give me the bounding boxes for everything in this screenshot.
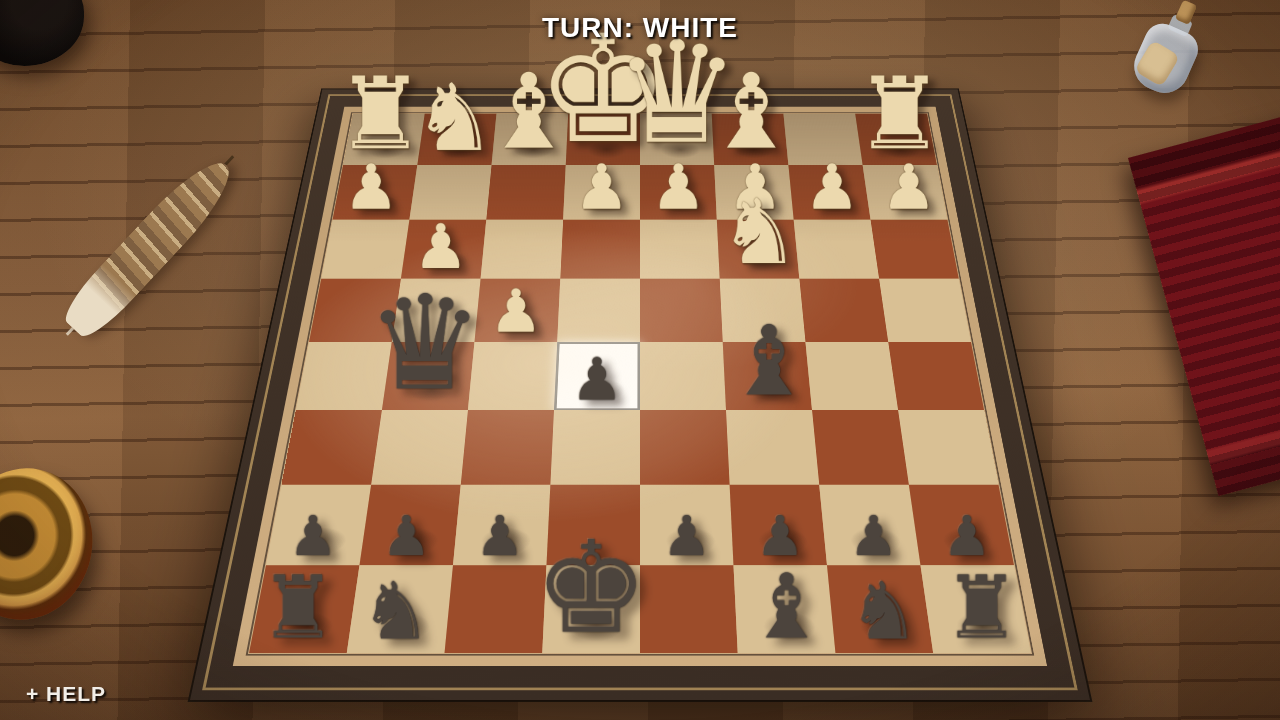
black-pawn[interactable]: ♟ — [571, 351, 623, 409]
white-pawn[interactable]: ♟ — [881, 156, 937, 218]
square-f8[interactable] — [445, 565, 547, 653]
square-e8[interactable]: ♚ — [542, 565, 640, 653]
squares-area: ♜♞♝♚♛♝♜♟♟♟♟♟♟♟♞♟♛♟♝♟♟♟♟♟♟♟♜♞♚♝♞♜ — [249, 114, 1031, 653]
square-f2[interactable] — [486, 165, 565, 220]
help-button[interactable]: + HELP — [26, 682, 106, 706]
square-d7[interactable]: ♟ — [640, 485, 734, 566]
black-bishop[interactable]: ♝ — [726, 313, 812, 409]
square-a7[interactable]: ♟ — [909, 485, 1014, 566]
square-d2[interactable]: ♟ — [640, 165, 717, 220]
white-knight[interactable]: ♞ — [719, 187, 800, 277]
square-e3[interactable] — [560, 220, 640, 279]
scene: ♜♞♝♚♛♝♜♟♟♟♟♟♟♟♞♟♛♟♝♟♟♟♟♟♟♟♜♞♚♝♞♜ TURN: W… — [0, 0, 1280, 720]
square-f4[interactable]: ♟ — [475, 279, 561, 342]
brass-bowl — [0, 456, 106, 633]
square-c3[interactable]: ♞ — [717, 220, 800, 279]
square-d5[interactable] — [640, 342, 726, 410]
square-a4[interactable] — [879, 279, 971, 342]
white-pawn[interactable]: ♟ — [574, 156, 630, 218]
square-b5[interactable] — [805, 342, 898, 410]
red-ornate-book — [1128, 49, 1280, 496]
square-e2[interactable]: ♟ — [563, 165, 640, 220]
square-b3[interactable] — [794, 220, 879, 279]
square-e6[interactable] — [550, 410, 640, 484]
feather-vane — [57, 149, 243, 344]
black-knight[interactable]: ♞ — [849, 572, 920, 651]
square-g8[interactable]: ♞ — [347, 565, 453, 653]
black-rook[interactable]: ♜ — [260, 565, 337, 651]
square-a3[interactable] — [871, 220, 959, 279]
square-f6[interactable] — [461, 410, 554, 484]
square-a5[interactable] — [888, 342, 984, 410]
white-rook[interactable]: ♜ — [336, 64, 426, 164]
square-c5[interactable]: ♝ — [723, 342, 812, 410]
white-pawn[interactable]: ♟ — [651, 156, 707, 218]
black-pawn[interactable]: ♟ — [288, 508, 337, 563]
square-b6[interactable] — [812, 410, 909, 484]
feather-quill — [42, 128, 272, 358]
square-c7[interactable]: ♟ — [730, 485, 827, 566]
white-pawn[interactable]: ♟ — [489, 281, 542, 341]
square-h2[interactable]: ♟ — [333, 165, 418, 220]
white-pawn[interactable]: ♟ — [804, 156, 860, 218]
square-b8[interactable]: ♞ — [827, 565, 933, 653]
square-a8[interactable]: ♜ — [921, 565, 1031, 653]
black-pawn[interactable]: ♟ — [475, 508, 524, 563]
square-c6[interactable] — [726, 410, 819, 484]
black-knight[interactable]: ♞ — [360, 572, 431, 651]
square-h7[interactable]: ♟ — [266, 485, 371, 566]
black-pawn[interactable]: ♟ — [382, 508, 431, 563]
feather-shaft — [66, 155, 235, 335]
square-e5[interactable]: ♟ — [554, 342, 640, 410]
square-d3[interactable] — [640, 220, 720, 279]
black-bishop[interactable]: ♝ — [747, 562, 827, 651]
square-h8[interactable]: ♜ — [249, 565, 359, 653]
square-h6[interactable] — [282, 410, 382, 484]
bottle-label — [1134, 40, 1180, 87]
square-b7[interactable]: ♟ — [819, 485, 920, 566]
black-rook[interactable]: ♜ — [943, 565, 1020, 651]
black-pawn[interactable]: ♟ — [662, 508, 711, 563]
square-d4[interactable] — [640, 279, 723, 342]
black-pawn[interactable]: ♟ — [942, 508, 991, 563]
black-king[interactable]: ♚ — [534, 524, 648, 651]
square-g7[interactable]: ♟ — [359, 485, 460, 566]
white-bishop[interactable]: ♝ — [705, 60, 798, 164]
black-pawn[interactable]: ♟ — [849, 508, 898, 563]
square-f3[interactable] — [481, 220, 564, 279]
square-a6[interactable] — [898, 410, 998, 484]
black-queen[interactable]: ♛ — [366, 278, 483, 409]
square-d8[interactable] — [640, 565, 738, 653]
chessboard: ♜♞♝♚♛♝♜♟♟♟♟♟♟♟♞♟♛♟♝♟♟♟♟♟♟♟♜♞♚♝♞♜ — [190, 89, 1090, 700]
white-rook[interactable]: ♜ — [855, 64, 945, 164]
square-d6[interactable] — [640, 410, 730, 484]
square-b4[interactable] — [799, 279, 888, 342]
white-pawn[interactable]: ♟ — [343, 156, 399, 218]
square-g5[interactable]: ♛ — [382, 342, 475, 410]
square-b2[interactable]: ♟ — [788, 165, 870, 220]
square-c8[interactable]: ♝ — [734, 565, 836, 653]
turn-indicator: TURN: WHITE — [0, 12, 1280, 44]
square-a2[interactable]: ♟ — [863, 165, 948, 220]
square-e4[interactable] — [557, 279, 640, 342]
square-g6[interactable] — [371, 410, 468, 484]
